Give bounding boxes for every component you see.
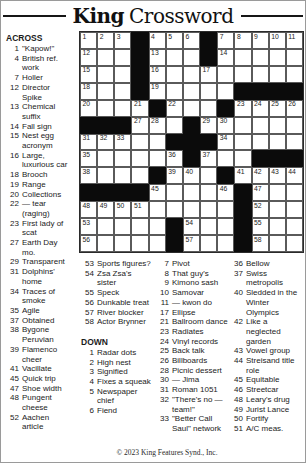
clue-item: 19Range	[6, 180, 72, 190]
clue-number: 14	[6, 122, 19, 132]
down-clues-col-c: 36Bellow37Swiss metropolis40Sledded in t…	[230, 259, 304, 434]
white-cell[interactable]: 34	[217, 134, 234, 151]
clue-number: 54	[81, 269, 94, 279]
black-cell	[166, 134, 183, 151]
black-cell	[131, 32, 148, 49]
cell-number: 45	[151, 186, 159, 193]
clue-number: 41	[6, 364, 19, 374]
clue-number: 1	[6, 44, 19, 54]
clue-item: 21Ballroom dance	[156, 317, 229, 327]
white-cell[interactable]: 7	[217, 32, 234, 49]
white-cell[interactable]	[269, 184, 286, 201]
white-cell[interactable]: 26	[286, 100, 303, 117]
white-cell[interactable]	[166, 201, 183, 218]
clue-item: 22— tear (raging)	[6, 199, 72, 218]
clue-number: 31	[156, 385, 169, 395]
clue-number: 24	[156, 337, 169, 347]
white-cell[interactable]	[97, 167, 114, 184]
clue-item: 40Sledded in the Winter Olympics	[230, 288, 304, 317]
white-cell[interactable]: 32	[97, 134, 114, 151]
clue-number: 11	[156, 298, 169, 308]
clue-text: Jurist Lance	[246, 405, 304, 415]
black-cell	[286, 150, 303, 167]
white-cell[interactable]	[252, 117, 269, 134]
clue-text: Pivot	[172, 259, 229, 269]
clue-text: Like a neglected garden	[246, 317, 304, 346]
clue-number: 38	[6, 325, 19, 335]
white-cell[interactable]	[166, 117, 183, 134]
white-cell[interactable]	[217, 218, 234, 235]
white-cell[interactable]: 19	[149, 83, 166, 100]
clue-number: 44	[230, 356, 243, 366]
white-cell[interactable]	[131, 134, 148, 151]
clue-item: 53Sports figures?	[81, 259, 152, 269]
clue-number: 30	[156, 375, 169, 385]
clue-text: Fiend	[97, 406, 152, 416]
white-cell[interactable]	[114, 49, 131, 66]
cell-number: 23	[237, 101, 245, 108]
copyright-notice: © 2023 King Features Synd., Inc.	[61, 448, 273, 457]
white-cell[interactable]: 33	[114, 134, 131, 151]
black-cell	[97, 117, 114, 134]
white-cell[interactable]	[166, 49, 183, 66]
black-cell	[131, 49, 148, 66]
white-cell[interactable]	[114, 150, 131, 167]
cell-number: 53	[83, 220, 91, 227]
white-cell[interactable]: 17	[200, 66, 217, 83]
white-cell[interactable]	[200, 167, 217, 184]
white-cell[interactable]	[97, 150, 114, 167]
white-cell[interactable]	[149, 201, 166, 218]
clue-number: 16	[6, 151, 19, 161]
white-cell[interactable]: 28	[149, 117, 166, 134]
clue-text: Signified	[97, 367, 152, 377]
white-cell[interactable]: 11	[286, 32, 303, 49]
white-cell[interactable]	[234, 150, 251, 167]
white-cell[interactable]: 29	[200, 117, 217, 134]
black-cell	[234, 235, 251, 252]
white-cell[interactable]: 20	[80, 100, 97, 117]
white-cell[interactable]: 40	[183, 167, 200, 184]
clue-item: 25Back talk	[156, 346, 229, 356]
clue-number: 4	[6, 54, 19, 64]
cell-number: 46	[220, 186, 228, 193]
white-cell[interactable]	[114, 83, 131, 100]
black-cell	[131, 184, 148, 201]
clue-number: 58	[81, 317, 94, 327]
white-cell[interactable]: 36	[166, 150, 183, 167]
clue-item: 4British ref. work	[6, 54, 72, 73]
white-cell[interactable]: 13	[149, 49, 166, 66]
white-cell[interactable]: 9	[252, 32, 269, 49]
white-cell[interactable]: 10	[269, 32, 286, 49]
clue-number: 32	[156, 395, 169, 405]
crossword-grid: 1234567891011121314151617181920212223242…	[79, 31, 304, 253]
black-cell	[114, 184, 131, 201]
white-cell[interactable]	[269, 134, 286, 151]
white-cell[interactable]: 38	[80, 167, 97, 184]
clue-item: 4Fixes a squeak	[81, 377, 152, 387]
white-cell[interactable]: 53	[80, 218, 97, 235]
white-cell[interactable]: 30	[217, 117, 234, 134]
clue-text: Billboards	[172, 356, 229, 366]
clue-number: 19	[6, 180, 19, 190]
clue-item: 6Fiend	[81, 406, 152, 416]
clue-item: 34Traces of smoke	[6, 287, 72, 306]
white-cell[interactable]	[286, 201, 303, 218]
black-cell	[286, 83, 303, 100]
white-cell[interactable]	[166, 83, 183, 100]
clue-item: 33"Better Call Saul" network	[156, 414, 229, 433]
cell-number: 3	[117, 34, 121, 41]
white-cell[interactable]	[217, 235, 234, 252]
page-title: KingCrossword	[73, 4, 234, 28]
clue-text: Holler	[22, 73, 72, 83]
clue-item: 23First lady of scat	[6, 219, 72, 238]
white-cell[interactable]: 37	[200, 150, 217, 167]
clue-number: 39	[6, 345, 19, 355]
white-cell[interactable]	[200, 218, 217, 235]
white-cell[interactable]: 49	[97, 201, 114, 218]
white-cell[interactable]: 31	[80, 134, 97, 151]
white-cell[interactable]	[200, 83, 217, 100]
white-cell[interactable]	[252, 66, 269, 83]
white-cell[interactable]	[183, 66, 200, 83]
white-cell[interactable]: 54	[183, 218, 200, 235]
clue-item: 7Pivot	[156, 259, 229, 269]
clue-text: Pungent cheese	[22, 393, 72, 412]
clue-number: 18	[6, 170, 19, 180]
white-cell[interactable]	[97, 218, 114, 235]
clue-text: — kwon do	[172, 298, 229, 308]
clue-number: 55	[81, 288, 94, 298]
cell-number: 20	[83, 101, 91, 108]
white-cell[interactable]	[252, 134, 269, 151]
clue-item: 12Director Spike	[6, 83, 72, 102]
white-cell[interactable]	[200, 100, 217, 117]
white-cell[interactable]	[149, 218, 166, 235]
cell-number: 22	[168, 101, 176, 108]
clue-item: 38Bygone Peruvian	[6, 325, 72, 344]
clue-text: Traces of smoke	[22, 287, 72, 306]
clue-item: 46Streetcar	[230, 385, 304, 395]
cell-number: 40	[185, 169, 193, 176]
clue-text: Obtained	[22, 316, 72, 326]
black-cell	[166, 235, 183, 252]
clue-item: 54Zsa Zsa's sister	[81, 269, 152, 288]
cell-number: 49	[100, 203, 108, 210]
white-cell[interactable]	[114, 167, 131, 184]
clue-text: — Jima	[172, 375, 229, 385]
clue-number: 56	[81, 298, 94, 308]
clue-number: 8	[156, 269, 169, 279]
cell-number: 31	[83, 135, 91, 142]
white-cell[interactable]: 46	[217, 184, 234, 201]
clue-item: 37Obtained	[6, 316, 72, 326]
white-cell[interactable]	[97, 66, 114, 83]
clue-number: 10	[156, 288, 169, 298]
cell-number: 56	[83, 237, 91, 244]
white-cell[interactable]	[183, 49, 200, 66]
white-cell[interactable]: 56	[80, 235, 97, 252]
across-clues-column: ACROSS 1"Kapow!"4British ref. work7Holle…	[6, 33, 80, 432]
white-cell[interactable]	[131, 150, 148, 167]
cell-number: 1	[83, 34, 87, 41]
clue-number: 17	[156, 308, 169, 318]
clues-column-c: 36Bellow37Swiss metropolis40Sledded in t…	[230, 259, 304, 434]
cell-number: 52	[254, 203, 262, 210]
white-cell[interactable]	[97, 83, 114, 100]
cell-number: 47	[254, 186, 262, 193]
cell-number: 25	[271, 101, 279, 108]
white-cell[interactable]	[149, 150, 166, 167]
white-cell[interactable]: 5	[166, 32, 183, 49]
white-cell[interactable]: 52	[252, 201, 269, 218]
clue-number: 45	[230, 375, 243, 385]
clue-number: 9	[156, 278, 169, 288]
black-cell	[234, 201, 251, 218]
clue-number: 4	[81, 377, 94, 387]
clue-text: That guy's	[172, 269, 229, 279]
white-cell[interactable]	[131, 218, 148, 235]
clue-number: 52	[6, 413, 19, 423]
clue-text: Dunkable treat	[97, 298, 152, 308]
clue-text: British ref. work	[22, 54, 72, 73]
clue-number: 31	[6, 267, 19, 277]
clue-text: Vowel group	[246, 346, 304, 356]
white-cell[interactable]: 42	[252, 167, 269, 184]
down-clues-col-a: 1Radar dots2High nest3Signified4Fixes a …	[81, 348, 152, 416]
clue-item: 47Shoe width	[6, 384, 72, 394]
white-cell[interactable]: 6	[183, 32, 200, 49]
white-cell[interactable]	[183, 201, 200, 218]
clue-text: Back talk	[172, 346, 229, 356]
white-cell[interactable]: 50	[114, 201, 131, 218]
clue-item: 23Radiates	[156, 327, 229, 337]
clue-number: 22	[6, 199, 19, 209]
clue-number: 7	[156, 259, 169, 269]
white-cell[interactable]	[217, 83, 234, 100]
white-cell[interactable]: 47	[252, 184, 269, 201]
clue-text: Sports figures?	[97, 259, 152, 269]
cell-number: 35	[83, 152, 91, 159]
white-cell[interactable]	[269, 218, 286, 235]
cell-number: 4	[151, 34, 155, 41]
clue-item: 3Signified	[81, 367, 152, 377]
black-cell	[217, 100, 234, 117]
cell-number: 26	[288, 101, 296, 108]
white-cell[interactable]	[234, 49, 251, 66]
black-cell	[114, 117, 131, 134]
white-cell[interactable]	[217, 201, 234, 218]
white-cell[interactable]: 1	[80, 32, 97, 49]
white-cell[interactable]: 22	[166, 100, 183, 117]
white-cell[interactable]	[97, 235, 114, 252]
cell-number: 28	[151, 118, 159, 125]
clue-number: 50	[230, 414, 243, 424]
clue-item: 16Large, luxurious car	[6, 151, 72, 170]
white-cell[interactable]	[149, 235, 166, 252]
white-cell[interactable]	[200, 201, 217, 218]
white-cell[interactable]: 57	[183, 235, 200, 252]
white-cell[interactable]: 2	[97, 32, 114, 49]
black-cell	[131, 66, 148, 83]
white-cell[interactable]: 55	[252, 218, 269, 235]
white-cell[interactable]	[269, 66, 286, 83]
clue-number: 48	[6, 393, 19, 403]
cell-number: 12	[83, 50, 91, 57]
cell-number: 43	[271, 169, 279, 176]
clue-text: Fall sign	[22, 122, 72, 132]
white-cell[interactable]	[234, 66, 251, 83]
clue-item: 5Newspaper chief	[81, 387, 152, 406]
clue-item: 43Vowel group	[230, 346, 304, 356]
white-cell[interactable]	[269, 117, 286, 134]
clue-text: Fortify	[246, 414, 304, 424]
cell-number: 41	[237, 169, 245, 176]
clue-number: 25	[156, 346, 169, 356]
white-cell[interactable]	[217, 66, 234, 83]
clue-number: 57	[81, 308, 94, 318]
black-cell	[200, 134, 217, 151]
white-cell[interactable]	[166, 66, 183, 83]
clue-item: 58Actor Brynner	[81, 317, 152, 327]
white-cell[interactable]: 15	[80, 66, 97, 83]
white-cell[interactable]: 18	[80, 83, 97, 100]
white-cell[interactable]: 24	[252, 100, 269, 117]
clue-item: 49Jurist Lance	[230, 405, 304, 415]
white-cell[interactable]	[183, 184, 200, 201]
white-cell[interactable]: 14	[217, 49, 234, 66]
clue-text: — tear (raging)	[22, 199, 72, 218]
clue-item: 55Speck	[81, 288, 152, 298]
white-cell[interactable]	[131, 235, 148, 252]
white-cell[interactable]: 8	[234, 32, 251, 49]
masthead-rule-left	[3, 15, 66, 17]
cell-number: 39	[168, 169, 176, 176]
clue-text: Samovar	[172, 288, 229, 298]
white-cell[interactable]	[269, 235, 286, 252]
cell-number: 42	[254, 169, 262, 176]
white-cell[interactable]: 39	[166, 167, 183, 184]
clue-text: Picnic dessert	[172, 366, 229, 376]
clue-text: "There's no — team!"	[172, 395, 229, 414]
white-cell[interactable]	[114, 66, 131, 83]
white-cell[interactable]: 21	[131, 100, 148, 117]
white-cell[interactable]	[269, 201, 286, 218]
white-cell[interactable]	[114, 218, 131, 235]
white-cell[interactable]	[114, 100, 131, 117]
clue-item: 48Leary's drug	[230, 395, 304, 405]
clue-text: Chemical suffix	[22, 102, 72, 121]
clue-item: 42Like a neglected garden	[230, 317, 304, 346]
white-cell[interactable]	[286, 117, 303, 134]
clue-number: 3	[81, 367, 94, 377]
cell-number: 32	[100, 135, 108, 142]
clue-text: Equitable	[246, 375, 304, 385]
white-cell[interactable]: 43	[269, 167, 286, 184]
white-cell[interactable]: 35	[80, 150, 97, 167]
white-cell[interactable]	[217, 150, 234, 167]
white-cell[interactable]	[286, 49, 303, 66]
white-cell[interactable]	[200, 184, 217, 201]
black-cell	[80, 184, 97, 201]
white-cell[interactable]	[286, 235, 303, 252]
white-cell[interactable]: 3	[114, 32, 131, 49]
clue-text: A/C meas.	[246, 424, 304, 434]
white-cell[interactable]	[131, 167, 148, 184]
white-cell[interactable]	[149, 134, 166, 151]
cell-number: 58	[254, 237, 262, 244]
black-cell	[183, 117, 200, 134]
white-cell[interactable]	[286, 66, 303, 83]
clues-column-a: 53Sports figures?54Zsa Zsa's sister55Spe…	[81, 259, 154, 416]
clue-text: Bellow	[246, 259, 304, 269]
crossword-page: KingCrossword ACROSS 1"Kapow!"4British r…	[0, 0, 306, 463]
white-cell[interactable]	[200, 235, 217, 252]
white-cell[interactable]: 51	[131, 201, 148, 218]
clue-item: 9Kimono sash	[156, 278, 229, 288]
white-cell[interactable]	[166, 184, 183, 201]
white-cell[interactable]: 58	[252, 235, 269, 252]
white-cell[interactable]	[286, 218, 303, 235]
cell-number: 21	[134, 101, 142, 108]
clue-number: 6	[81, 406, 94, 416]
clue-text: Large, luxurious car	[22, 151, 72, 170]
across-heading: ACROSS	[6, 33, 72, 43]
cell-number: 8	[237, 34, 241, 41]
clue-item: 31Roman 1051	[156, 385, 229, 395]
title-name: Crossword	[129, 4, 233, 28]
white-cell[interactable]	[234, 117, 251, 134]
clue-text: Radar dots	[97, 348, 152, 358]
white-cell[interactable]	[234, 134, 251, 151]
white-cell[interactable]: 12	[80, 49, 97, 66]
cell-number: 2	[100, 34, 104, 41]
white-cell[interactable]	[269, 49, 286, 66]
clue-item: 28Picnic dessert	[156, 366, 229, 376]
white-cell[interactable]: 16	[149, 66, 166, 83]
white-cell[interactable]	[97, 49, 114, 66]
clue-item: 2High nest	[81, 358, 152, 368]
clue-item: 57River blocker	[81, 308, 152, 318]
white-cell[interactable]	[183, 83, 200, 100]
white-cell[interactable]: 23	[234, 100, 251, 117]
clue-text: River blocker	[97, 308, 152, 318]
white-cell[interactable]	[286, 134, 303, 151]
clue-text: Speck	[97, 288, 152, 298]
black-cell	[80, 117, 97, 134]
white-cell[interactable]: 45	[149, 184, 166, 201]
white-cell[interactable]	[114, 235, 131, 252]
black-cell	[149, 167, 166, 184]
white-cell[interactable]: 27	[131, 117, 148, 134]
white-cell[interactable]	[97, 100, 114, 117]
clue-number: 12	[6, 83, 19, 93]
white-cell[interactable]: 41	[234, 167, 251, 184]
white-cell[interactable]: 48	[80, 201, 97, 218]
white-cell[interactable]: 44	[286, 167, 303, 184]
white-cell[interactable]	[286, 184, 303, 201]
white-cell[interactable]	[252, 49, 269, 66]
white-cell[interactable]: 25	[269, 100, 286, 117]
cell-number: 16	[151, 67, 159, 74]
cell-number: 50	[117, 203, 125, 210]
white-cell[interactable]: 4	[149, 32, 166, 49]
cell-number: 37	[203, 152, 211, 159]
white-cell[interactable]	[183, 100, 200, 117]
clue-item: 11— kwon do	[156, 298, 229, 308]
